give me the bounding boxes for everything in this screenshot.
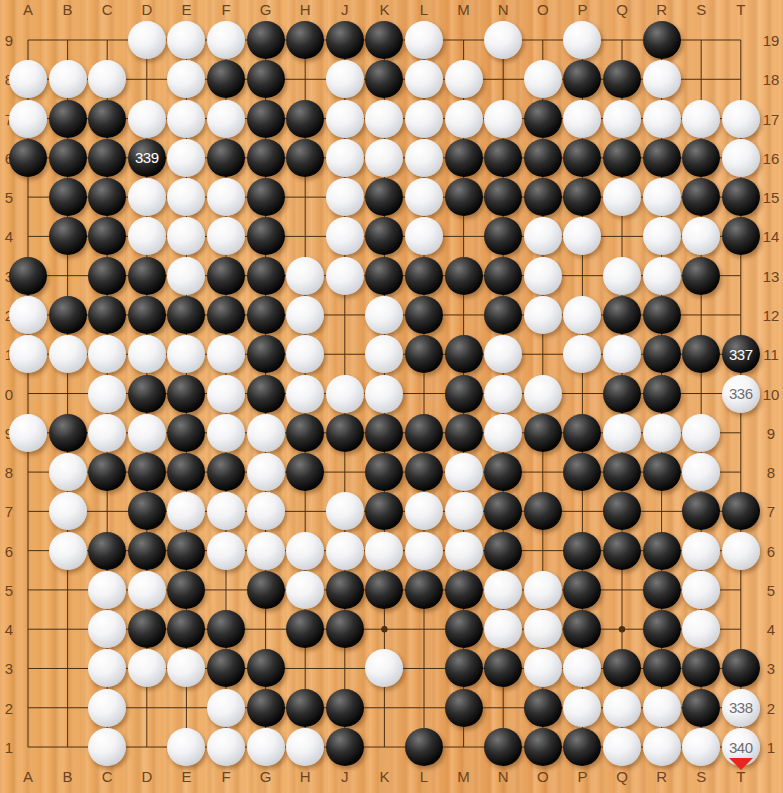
stone-white-L17 <box>405 100 443 138</box>
col-label-top-R: R <box>656 2 667 17</box>
stone-white-J17 <box>326 100 364 138</box>
stone-black-R5 <box>643 571 681 609</box>
stone-white-F11 <box>207 335 245 373</box>
row-label-left-3: 3 <box>5 661 13 676</box>
stone-white-Q17 <box>603 100 641 138</box>
stone-black-T11: 337 <box>722 335 760 373</box>
stone-black-R10 <box>643 375 681 413</box>
stone-white-S8 <box>682 453 720 491</box>
stone-white-D3 <box>128 649 166 687</box>
stone-black-H19 <box>286 21 324 59</box>
stone-black-G19 <box>247 21 285 59</box>
row-label-left-19: 9 <box>5 33 13 48</box>
stone-white-D19 <box>128 21 166 59</box>
stone-black-Q8 <box>603 453 641 491</box>
stone-white-D17 <box>128 100 166 138</box>
col-label-bottom-B: B <box>63 769 73 784</box>
col-label-top-O: O <box>537 2 549 17</box>
move-number-label-T11: 337 <box>729 346 753 363</box>
stone-black-L1 <box>405 728 443 766</box>
col-label-top-G: G <box>260 2 272 17</box>
stone-black-C12 <box>88 296 126 334</box>
stone-black-H8 <box>286 453 324 491</box>
row-label-right-16: 16 <box>763 150 780 165</box>
stone-white-O4 <box>524 610 562 648</box>
stone-black-G3 <box>247 649 285 687</box>
stone-white-F9 <box>207 414 245 452</box>
stone-white-T17 <box>722 100 760 138</box>
stone-black-N6 <box>484 532 522 570</box>
stone-white-H13 <box>286 257 324 295</box>
stone-white-N19 <box>484 21 522 59</box>
stone-black-D8 <box>128 453 166 491</box>
stone-black-G5 <box>247 571 285 609</box>
stone-black-Q16 <box>603 139 641 177</box>
stone-black-O17 <box>524 100 562 138</box>
stone-white-Q11 <box>603 335 641 373</box>
col-label-top-J: J <box>341 2 349 17</box>
col-label-bottom-C: C <box>102 769 113 784</box>
stone-black-M4 <box>445 610 483 648</box>
stone-black-E6 <box>167 532 205 570</box>
row-label-left-7: 7 <box>5 504 13 519</box>
go-board[interactable]: AABBCCDDEEFFGGHHJJKKLLMMNNOOPPQQRRSSTT98… <box>0 0 783 793</box>
stone-black-B9 <box>49 414 87 452</box>
stone-black-H17 <box>286 100 324 138</box>
stone-black-M11 <box>445 335 483 373</box>
stone-white-K17 <box>365 100 403 138</box>
stone-black-G13 <box>247 257 285 295</box>
stone-white-O10 <box>524 375 562 413</box>
stone-white-S1 <box>682 728 720 766</box>
stone-white-O3 <box>524 649 562 687</box>
col-label-top-E: E <box>181 2 191 17</box>
stone-white-K6 <box>365 532 403 570</box>
stone-white-J14 <box>326 217 364 255</box>
col-label-top-C: C <box>102 2 113 17</box>
stone-black-C16 <box>88 139 126 177</box>
stone-white-S5 <box>682 571 720 609</box>
stone-black-O2 <box>524 689 562 727</box>
stone-white-L15 <box>405 178 443 216</box>
stone-black-S2 <box>682 689 720 727</box>
stone-black-D4 <box>128 610 166 648</box>
stone-black-H16 <box>286 139 324 177</box>
stone-white-L19 <box>405 21 443 59</box>
stone-black-M16 <box>445 139 483 177</box>
stone-black-R16 <box>643 139 681 177</box>
col-label-top-Q: Q <box>616 2 628 17</box>
stone-white-D15 <box>128 178 166 216</box>
col-label-bottom-Q: Q <box>616 769 628 784</box>
stone-white-H1 <box>286 728 324 766</box>
stone-white-B8 <box>49 453 87 491</box>
stone-black-L11 <box>405 335 443 373</box>
row-label-right-14: 14 <box>763 229 780 244</box>
stone-black-L9 <box>405 414 443 452</box>
stone-black-M15 <box>445 178 483 216</box>
col-label-top-M: M <box>457 2 470 17</box>
row-label-right-4: 4 <box>767 622 775 637</box>
stone-black-M10 <box>445 375 483 413</box>
row-label-right-13: 13 <box>763 268 780 283</box>
row-label-right-5: 5 <box>767 582 775 597</box>
stone-white-A9 <box>9 414 47 452</box>
stone-black-B16 <box>49 139 87 177</box>
col-label-top-A: A <box>23 2 33 17</box>
stone-white-A11 <box>9 335 47 373</box>
stone-black-H2 <box>286 689 324 727</box>
stone-black-G16 <box>247 139 285 177</box>
stone-white-L16 <box>405 139 443 177</box>
col-label-top-D: D <box>141 2 152 17</box>
row-label-left-8: 8 <box>5 465 13 480</box>
stone-black-C8 <box>88 453 126 491</box>
row-label-right-12: 12 <box>763 307 780 322</box>
stone-black-R11 <box>643 335 681 373</box>
stone-white-C5 <box>88 571 126 609</box>
stone-black-A13 <box>9 257 47 295</box>
stone-white-Q2 <box>603 689 641 727</box>
row-label-right-19: 19 <box>763 33 780 48</box>
col-label-top-P: P <box>577 2 587 17</box>
stone-white-M18 <box>445 60 483 98</box>
stone-white-J18 <box>326 60 364 98</box>
stone-white-Q15 <box>603 178 641 216</box>
col-label-top-B: B <box>63 2 73 17</box>
stone-white-Q1 <box>603 728 641 766</box>
stone-white-F15 <box>207 178 245 216</box>
stone-white-R9 <box>643 414 681 452</box>
col-label-bottom-H: H <box>300 769 311 784</box>
stone-black-M13 <box>445 257 483 295</box>
col-label-top-H: H <box>300 2 311 17</box>
stone-white-P17 <box>563 100 601 138</box>
move-number-label-T2: 338 <box>729 699 753 716</box>
stone-black-G2 <box>247 689 285 727</box>
stone-white-A17 <box>9 100 47 138</box>
stone-white-D5 <box>128 571 166 609</box>
stone-white-J15 <box>326 178 364 216</box>
stone-white-J16 <box>326 139 364 177</box>
stone-black-O15 <box>524 178 562 216</box>
col-label-bottom-T: T <box>736 769 745 784</box>
stone-black-G11 <box>247 335 285 373</box>
col-label-bottom-K: K <box>379 769 389 784</box>
stone-white-C1 <box>88 728 126 766</box>
stone-white-G7 <box>247 492 285 530</box>
col-label-top-N: N <box>498 2 509 17</box>
stone-white-R13 <box>643 257 681 295</box>
stone-white-Q9 <box>603 414 641 452</box>
col-label-bottom-O: O <box>537 769 549 784</box>
stone-black-K9 <box>365 414 403 452</box>
row-label-right-10: 10 <box>763 386 780 401</box>
stone-black-O9 <box>524 414 562 452</box>
row-label-left-1: 1 <box>5 740 13 755</box>
stone-white-O14 <box>524 217 562 255</box>
stone-black-G12 <box>247 296 285 334</box>
stone-white-N17 <box>484 100 522 138</box>
stone-black-F4 <box>207 610 245 648</box>
stone-white-O18 <box>524 60 562 98</box>
stone-white-G8 <box>247 453 285 491</box>
stone-white-R2 <box>643 689 681 727</box>
stone-white-L6 <box>405 532 443 570</box>
stone-black-J9 <box>326 414 364 452</box>
stone-black-R4 <box>643 610 681 648</box>
stone-black-B12 <box>49 296 87 334</box>
stone-black-P6 <box>563 532 601 570</box>
stone-black-J1 <box>326 728 364 766</box>
row-label-left-6: 6 <box>5 543 13 558</box>
move-number-label-D16: 339 <box>135 149 159 166</box>
stone-white-S6 <box>682 532 720 570</box>
stone-white-R14 <box>643 217 681 255</box>
stone-black-D10 <box>128 375 166 413</box>
stone-black-L5 <box>405 571 443 609</box>
stone-black-Q12 <box>603 296 641 334</box>
col-label-bottom-R: R <box>656 769 667 784</box>
stone-black-L13 <box>405 257 443 295</box>
stone-white-R18 <box>643 60 681 98</box>
stone-white-T6 <box>722 532 760 570</box>
stone-black-E10 <box>167 375 205 413</box>
stone-black-T14 <box>722 217 760 255</box>
stone-black-D16: 339 <box>128 139 166 177</box>
stone-white-C9 <box>88 414 126 452</box>
stone-black-E9 <box>167 414 205 452</box>
stone-black-J4 <box>326 610 364 648</box>
stone-black-F13 <box>207 257 245 295</box>
stone-black-C17 <box>88 100 126 138</box>
stone-white-M17 <box>445 100 483 138</box>
col-label-bottom-J: J <box>341 769 349 784</box>
stone-black-C6 <box>88 532 126 570</box>
stone-black-P16 <box>563 139 601 177</box>
stone-white-J13 <box>326 257 364 295</box>
stone-black-G15 <box>247 178 285 216</box>
stone-black-R8 <box>643 453 681 491</box>
stone-white-E13 <box>167 257 205 295</box>
stone-white-D14 <box>128 217 166 255</box>
stone-white-K16 <box>365 139 403 177</box>
stone-white-B18 <box>49 60 87 98</box>
stone-black-N12 <box>484 296 522 334</box>
stone-white-M7 <box>445 492 483 530</box>
col-label-top-S: S <box>696 2 706 17</box>
col-label-top-L: L <box>420 2 428 17</box>
stone-black-N1 <box>484 728 522 766</box>
stone-white-O5 <box>524 571 562 609</box>
stone-black-A16 <box>9 139 47 177</box>
stone-black-Q10 <box>603 375 641 413</box>
stone-black-J2 <box>326 689 364 727</box>
stone-white-D9 <box>128 414 166 452</box>
stone-white-G6 <box>247 532 285 570</box>
stone-black-S13 <box>682 257 720 295</box>
stone-black-D6 <box>128 532 166 570</box>
stone-white-N9 <box>484 414 522 452</box>
stone-black-T3 <box>722 649 760 687</box>
stone-white-F17 <box>207 100 245 138</box>
stone-black-B17 <box>49 100 87 138</box>
stone-white-P2 <box>563 689 601 727</box>
stone-black-J5 <box>326 571 364 609</box>
col-label-bottom-G: G <box>260 769 272 784</box>
stone-black-G14 <box>247 217 285 255</box>
stone-black-Q6 <box>603 532 641 570</box>
stone-white-B6 <box>49 532 87 570</box>
stone-black-K13 <box>365 257 403 295</box>
stone-white-H12 <box>286 296 324 334</box>
stone-white-F19 <box>207 21 245 59</box>
stone-white-R1 <box>643 728 681 766</box>
stone-white-M8 <box>445 453 483 491</box>
stone-black-Q18 <box>603 60 641 98</box>
stone-black-F18 <box>207 60 245 98</box>
stone-black-M9 <box>445 414 483 452</box>
stone-black-O16 <box>524 139 562 177</box>
stone-white-M6 <box>445 532 483 570</box>
col-label-bottom-S: S <box>696 769 706 784</box>
stone-black-B14 <box>49 217 87 255</box>
row-label-right-15: 15 <box>763 190 780 205</box>
col-label-bottom-P: P <box>577 769 587 784</box>
stone-black-M5 <box>445 571 483 609</box>
stone-black-T7 <box>722 492 760 530</box>
stone-white-K10 <box>365 375 403 413</box>
stone-black-D13 <box>128 257 166 295</box>
row-label-right-3: 3 <box>767 661 775 676</box>
stone-white-H10 <box>286 375 324 413</box>
stone-black-D12 <box>128 296 166 334</box>
stone-black-R3 <box>643 649 681 687</box>
row-label-left-10: 0 <box>5 386 13 401</box>
stone-white-L18 <box>405 60 443 98</box>
stone-white-O13 <box>524 257 562 295</box>
stone-white-H6 <box>286 532 324 570</box>
stone-black-G18 <box>247 60 285 98</box>
stone-white-F1 <box>207 728 245 766</box>
stone-black-M3 <box>445 649 483 687</box>
col-label-top-T: T <box>736 2 745 17</box>
stone-white-A18 <box>9 60 47 98</box>
stone-black-O7 <box>524 492 562 530</box>
stone-black-R12 <box>643 296 681 334</box>
row-label-right-7: 7 <box>767 504 775 519</box>
row-label-right-1: 1 <box>767 740 775 755</box>
stone-black-R6 <box>643 532 681 570</box>
col-label-bottom-E: E <box>181 769 191 784</box>
stone-black-L8 <box>405 453 443 491</box>
stone-white-E17 <box>167 100 205 138</box>
stone-black-O1 <box>524 728 562 766</box>
stone-white-R15 <box>643 178 681 216</box>
stone-white-C10 <box>88 375 126 413</box>
stone-black-L12 <box>405 296 443 334</box>
stone-black-F16 <box>207 139 245 177</box>
stone-black-N13 <box>484 257 522 295</box>
stone-white-G1 <box>247 728 285 766</box>
stone-black-G10 <box>247 375 285 413</box>
row-label-left-5: 5 <box>5 582 13 597</box>
move-number-label-T1: 340 <box>729 739 753 756</box>
stone-black-N16 <box>484 139 522 177</box>
stone-white-B11 <box>49 335 87 373</box>
col-label-bottom-M: M <box>457 769 470 784</box>
stone-white-N5 <box>484 571 522 609</box>
stone-black-M2 <box>445 689 483 727</box>
row-label-right-8: 8 <box>767 465 775 480</box>
stone-white-S9 <box>682 414 720 452</box>
row-label-left-15: 5 <box>5 190 13 205</box>
stone-white-E16 <box>167 139 205 177</box>
stone-white-F6 <box>207 532 245 570</box>
stone-black-G17 <box>247 100 285 138</box>
stone-white-N10 <box>484 375 522 413</box>
stone-white-J10 <box>326 375 364 413</box>
stone-white-S17 <box>682 100 720 138</box>
row-label-left-4: 4 <box>5 622 13 637</box>
stone-black-S16 <box>682 139 720 177</box>
row-label-right-17: 17 <box>763 111 780 126</box>
col-label-top-K: K <box>379 2 389 17</box>
stone-black-B15 <box>49 178 87 216</box>
row-label-right-9: 9 <box>767 425 775 440</box>
row-label-left-2: 2 <box>5 700 13 715</box>
stone-white-J6 <box>326 532 364 570</box>
stone-white-C2 <box>88 689 126 727</box>
stone-white-J7 <box>326 492 364 530</box>
stone-black-C13 <box>88 257 126 295</box>
col-label-bottom-L: L <box>420 769 428 784</box>
stone-black-H9 <box>286 414 324 452</box>
stone-white-A12 <box>9 296 47 334</box>
stone-black-J19 <box>326 21 364 59</box>
stone-white-T10: 336 <box>722 375 760 413</box>
col-label-bottom-F: F <box>221 769 230 784</box>
stone-white-G9 <box>247 414 285 452</box>
stone-white-Q13 <box>603 257 641 295</box>
stone-white-F2 <box>207 689 245 727</box>
row-label-right-18: 18 <box>763 72 780 87</box>
row-label-left-14: 4 <box>5 229 13 244</box>
stone-white-T2: 338 <box>722 689 760 727</box>
stone-black-P9 <box>563 414 601 452</box>
col-label-top-F: F <box>221 2 230 17</box>
stone-white-R17 <box>643 100 681 138</box>
stone-black-T15 <box>722 178 760 216</box>
stone-white-T16 <box>722 139 760 177</box>
stone-white-H5 <box>286 571 324 609</box>
stone-black-D7 <box>128 492 166 530</box>
col-label-bottom-N: N <box>498 769 509 784</box>
row-label-right-11: 11 <box>763 347 779 362</box>
stone-white-B7 <box>49 492 87 530</box>
stone-white-F10 <box>207 375 245 413</box>
stone-white-O12 <box>524 296 562 334</box>
stone-black-N8 <box>484 453 522 491</box>
stone-black-R19 <box>643 21 681 59</box>
row-label-right-6: 6 <box>767 543 775 558</box>
col-label-bottom-D: D <box>141 769 152 784</box>
stone-white-D11 <box>128 335 166 373</box>
last-move-red-triangle <box>729 758 753 770</box>
move-number-label-T10: 336 <box>729 385 753 402</box>
stone-black-F12 <box>207 296 245 334</box>
stone-black-F8 <box>207 453 245 491</box>
